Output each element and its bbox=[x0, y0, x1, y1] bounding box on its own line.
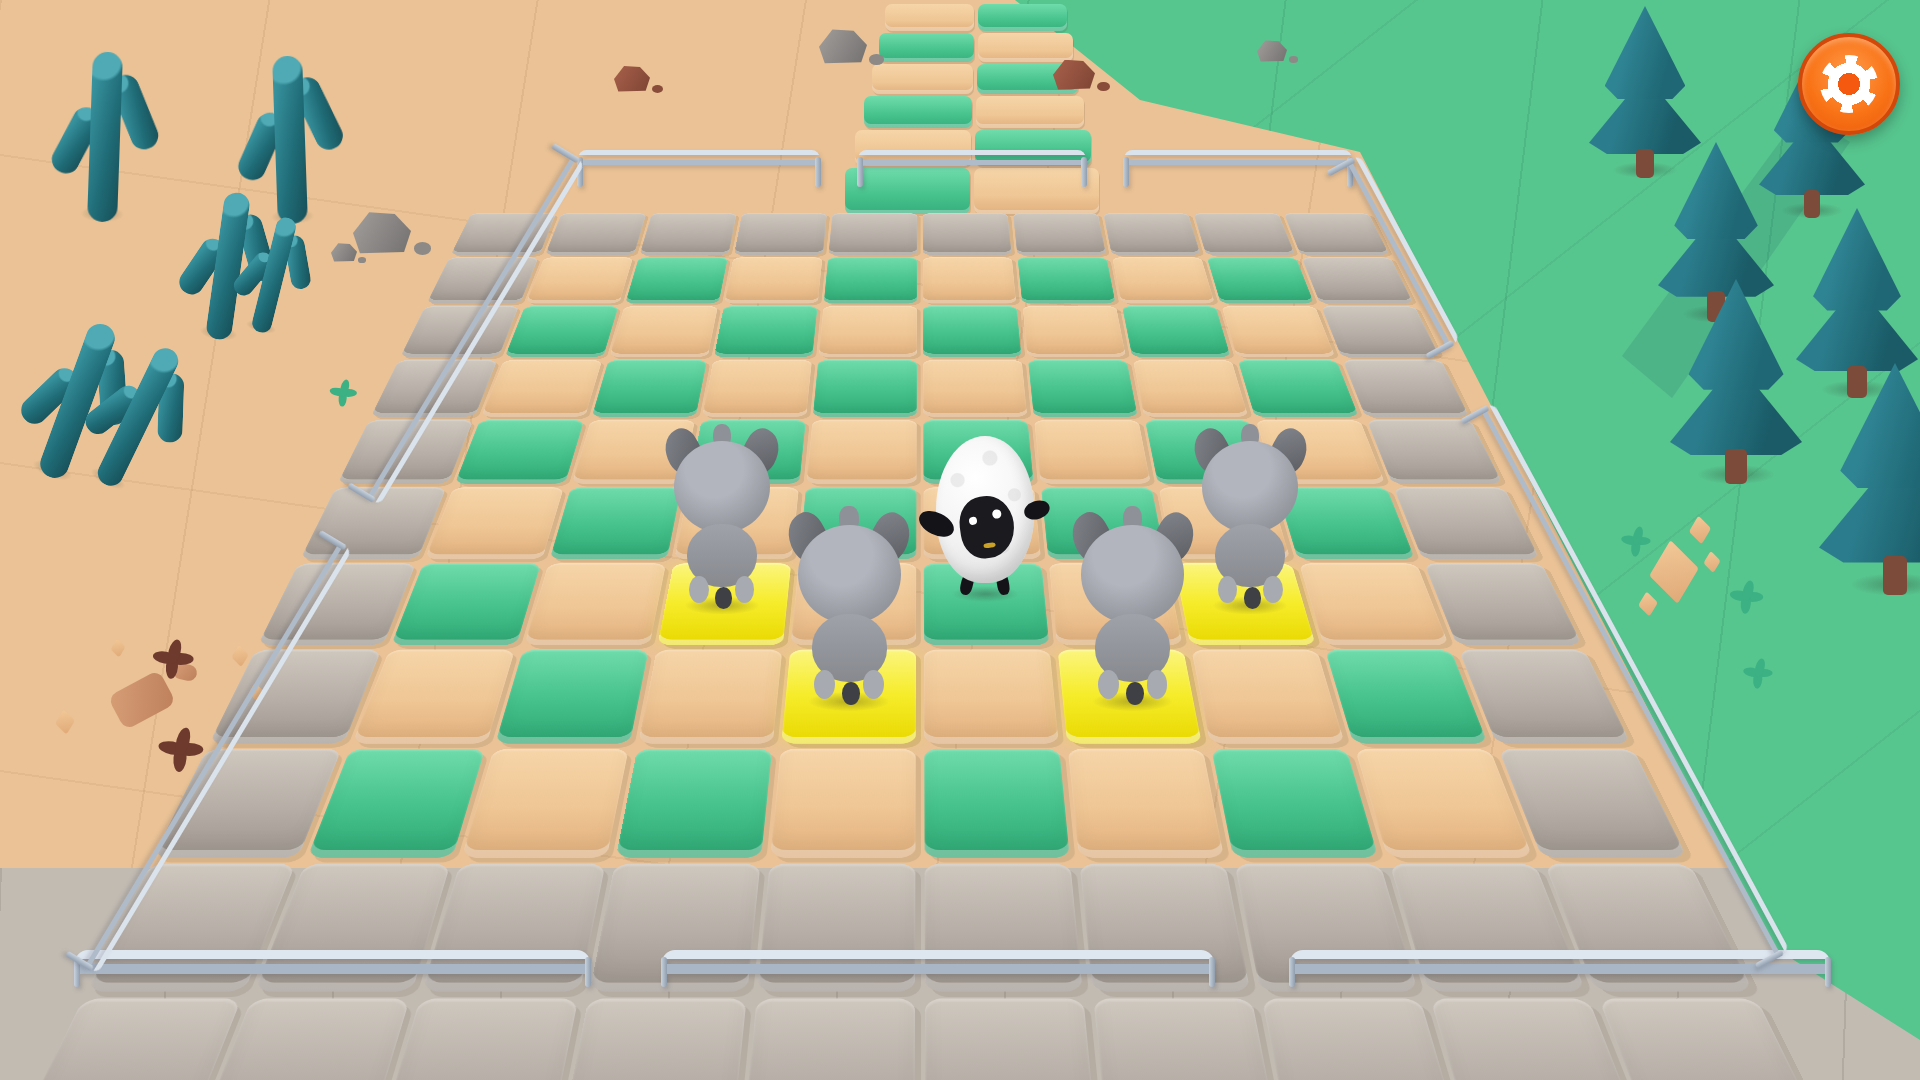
border-tile bbox=[1301, 257, 1413, 303]
board-tile[interactable] bbox=[352, 650, 515, 744]
settings-button[interactable] bbox=[1798, 33, 1900, 135]
pebble bbox=[869, 54, 883, 65]
wolf-tail bbox=[715, 587, 732, 608]
sheep-eye bbox=[992, 509, 1002, 519]
board-tile[interactable] bbox=[616, 749, 772, 858]
board-tile[interactable] bbox=[1191, 650, 1344, 744]
board-tile[interactable] bbox=[1211, 749, 1378, 858]
board-tile[interactable] bbox=[526, 257, 633, 303]
gear-icon bbox=[1820, 55, 1878, 113]
board-tile[interactable] bbox=[1022, 306, 1126, 357]
dry-plant bbox=[142, 635, 188, 681]
board-tile[interactable] bbox=[806, 420, 916, 484]
cactus bbox=[65, 51, 146, 224]
board-tile[interactable] bbox=[425, 487, 564, 559]
sprout-plant bbox=[323, 377, 353, 407]
board-tile[interactable] bbox=[924, 650, 1059, 744]
path-tile bbox=[864, 96, 972, 128]
sheep-eye bbox=[968, 516, 978, 526]
path-tile bbox=[976, 96, 1084, 128]
board-tile[interactable] bbox=[505, 306, 619, 357]
border-tile bbox=[1284, 213, 1390, 255]
board-tile[interactable] bbox=[924, 749, 1069, 858]
pebble bbox=[1289, 56, 1298, 63]
fence-rail bbox=[75, 950, 590, 977]
board-tile[interactable] bbox=[625, 257, 728, 303]
board-tile[interactable] bbox=[1207, 257, 1314, 303]
board-tile[interactable] bbox=[714, 306, 818, 357]
board-tile[interactable] bbox=[481, 360, 602, 417]
path-tile bbox=[885, 4, 974, 31]
fence-rail bbox=[1124, 150, 1352, 167]
border-tile bbox=[545, 213, 646, 255]
wolf-paw bbox=[735, 576, 754, 603]
wolf-piece[interactable] bbox=[1185, 422, 1315, 615]
board-tile[interactable] bbox=[1028, 360, 1138, 417]
border-tile bbox=[1013, 213, 1106, 255]
game-screen bbox=[0, 0, 1920, 1080]
board-tile[interactable] bbox=[813, 360, 917, 417]
path-tile bbox=[872, 64, 973, 94]
board-tile[interactable] bbox=[462, 749, 629, 858]
pebble bbox=[358, 257, 366, 263]
board-tile[interactable] bbox=[524, 563, 666, 645]
sprout-plant bbox=[1721, 577, 1759, 615]
path-tile bbox=[879, 33, 974, 62]
board-tile[interactable] bbox=[1122, 306, 1231, 357]
board-tile[interactable] bbox=[609, 306, 718, 357]
board-tile[interactable] bbox=[1238, 360, 1359, 417]
wolf-head bbox=[674, 441, 770, 534]
fence-rail bbox=[1290, 950, 1830, 977]
pebble bbox=[1097, 82, 1110, 91]
board-tile[interactable] bbox=[1112, 257, 1215, 303]
path-tile bbox=[845, 168, 970, 214]
board-tile[interactable] bbox=[819, 306, 918, 357]
border-tile bbox=[1103, 213, 1200, 255]
board-tile[interactable] bbox=[391, 563, 541, 645]
board-tile[interactable] bbox=[1068, 749, 1224, 858]
board-tile[interactable] bbox=[923, 257, 1016, 303]
board-tile[interactable] bbox=[1017, 257, 1115, 303]
apron-tile bbox=[558, 998, 747, 1080]
board-tile[interactable] bbox=[824, 257, 917, 303]
border-tile bbox=[923, 213, 1012, 255]
board-tile[interactable] bbox=[724, 257, 822, 303]
apron-tile bbox=[742, 998, 915, 1080]
pebble bbox=[652, 85, 663, 93]
board-tile[interactable] bbox=[495, 650, 648, 744]
sheep-muzzle bbox=[983, 541, 995, 548]
apron-tile bbox=[925, 998, 1098, 1080]
board-tile[interactable] bbox=[770, 749, 915, 858]
fence-rail bbox=[662, 950, 1214, 977]
board-tile[interactable] bbox=[1299, 563, 1449, 645]
board-tile[interactable] bbox=[923, 306, 1022, 357]
sheep-piece[interactable] bbox=[927, 434, 1044, 601]
board-tile[interactable] bbox=[1133, 360, 1248, 417]
border-tile bbox=[828, 213, 917, 255]
board-tile[interactable] bbox=[638, 650, 782, 744]
fence-rail bbox=[578, 150, 820, 167]
fence-rail bbox=[858, 150, 1086, 167]
pine-tree bbox=[1819, 363, 1920, 595]
border-tile bbox=[639, 213, 736, 255]
wolf-paw bbox=[689, 576, 708, 603]
board-tile[interactable] bbox=[592, 360, 707, 417]
border-tile bbox=[1193, 213, 1294, 255]
board-tile[interactable] bbox=[702, 360, 812, 417]
board-tile[interactable] bbox=[455, 420, 584, 484]
pine-tree bbox=[1670, 279, 1802, 484]
sprout-plant bbox=[1735, 655, 1769, 689]
board-tile[interactable] bbox=[1034, 420, 1151, 484]
wolf-piece[interactable] bbox=[1063, 504, 1202, 711]
piece-shadow bbox=[939, 583, 1032, 605]
board-apron-row bbox=[0, 995, 1841, 1080]
apron-tile bbox=[1093, 998, 1282, 1080]
path-tile bbox=[978, 33, 1073, 62]
wolf-piece[interactable] bbox=[657, 422, 787, 615]
wolf-piece[interactable] bbox=[779, 504, 918, 711]
border-tile bbox=[734, 213, 827, 255]
board-tile[interactable] bbox=[923, 360, 1027, 417]
path-tile bbox=[978, 4, 1067, 31]
board-tile[interactable] bbox=[1221, 306, 1335, 357]
sprout-plant bbox=[1613, 523, 1647, 557]
dry-plant bbox=[147, 723, 197, 773]
